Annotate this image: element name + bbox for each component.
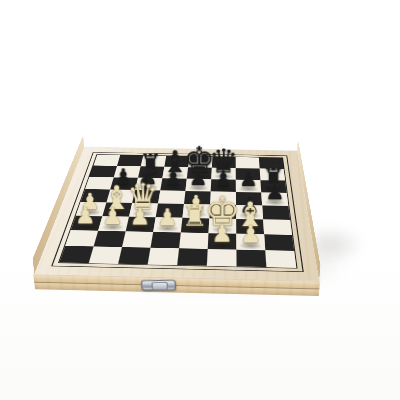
black-pawn[interactable]: ♟	[265, 182, 285, 203]
white-pawn[interactable]: ♟	[130, 207, 151, 229]
square-d1[interactable]	[148, 248, 179, 265]
square-b2[interactable]	[94, 231, 126, 247]
white-pawn[interactable]: ♟	[102, 206, 123, 228]
square-h4[interactable]	[262, 206, 290, 220]
clasp-keeper	[152, 282, 169, 291]
white-pawn[interactable]: ♟	[157, 207, 178, 229]
square-f1[interactable]	[207, 249, 237, 267]
black-pawn[interactable]: ♟	[189, 169, 208, 189]
square-h2[interactable]	[264, 234, 294, 250]
folding-chess-box: ♜♝♚♛♟♟♟♟♟♟♜♝♟♟♝♛♟♟♟♟♟♟♜♚♝♟♟	[34, 147, 319, 281]
square-h3[interactable]	[263, 219, 292, 234]
square-c2[interactable]	[122, 231, 153, 247]
square-g2[interactable]: ♟	[236, 234, 265, 250]
square-h5[interactable]: ♟	[261, 192, 288, 206]
square-b3[interactable]: ♟	[98, 216, 129, 231]
black-pawn[interactable]: ♟	[239, 169, 258, 189]
black-pawn[interactable]: ♟	[164, 168, 183, 188]
product-photo-scene: ♜♝♚♛♟♟♟♟♟♟♜♝♟♟♝♛♟♟♟♟♟♟♜♚♝♟♟	[0, 0, 400, 400]
board-frame-line: ♜♝♚♛♟♟♟♟♟♟♜♝♟♟♝♛♟♟♟♟♟♟♜♚♝♟♟	[51, 152, 304, 272]
square-h1[interactable]	[265, 250, 296, 268]
square-a3[interactable]: ♟	[71, 216, 103, 231]
white-pawn[interactable]: ♟	[240, 224, 262, 247]
square-d6[interactable]: ♟	[160, 178, 187, 191]
chess-board[interactable]: ♜♝♚♛♟♟♟♟♟♟♜♝♟♟♝♛♟♟♟♟♟♟♜♚♝♟♟	[58, 154, 297, 268]
square-c1[interactable]	[118, 247, 150, 264]
square-d2[interactable]	[151, 232, 181, 248]
square-e1[interactable]	[177, 248, 208, 266]
square-b1[interactable]	[89, 246, 122, 263]
white-pawn[interactable]: ♟	[75, 206, 96, 228]
square-a1[interactable]	[59, 246, 93, 263]
square-c3[interactable]: ♟	[126, 217, 156, 232]
white-pawn[interactable]: ♟	[211, 223, 233, 246]
square-f2[interactable]: ♟	[208, 233, 237, 249]
clasp-latch-icon	[141, 280, 176, 291]
box-fold-seam	[34, 282, 319, 290]
board-top-face: ♜♝♚♛♟♟♟♟♟♟♜♝♟♟♝♛♟♟♟♟♟♟♜♚♝♟♟	[34, 147, 319, 281]
black-pawn[interactable]: ♟	[214, 169, 233, 189]
square-d3[interactable]: ♟	[153, 217, 182, 232]
square-g1[interactable]	[236, 250, 266, 268]
square-e2[interactable]	[179, 233, 208, 249]
